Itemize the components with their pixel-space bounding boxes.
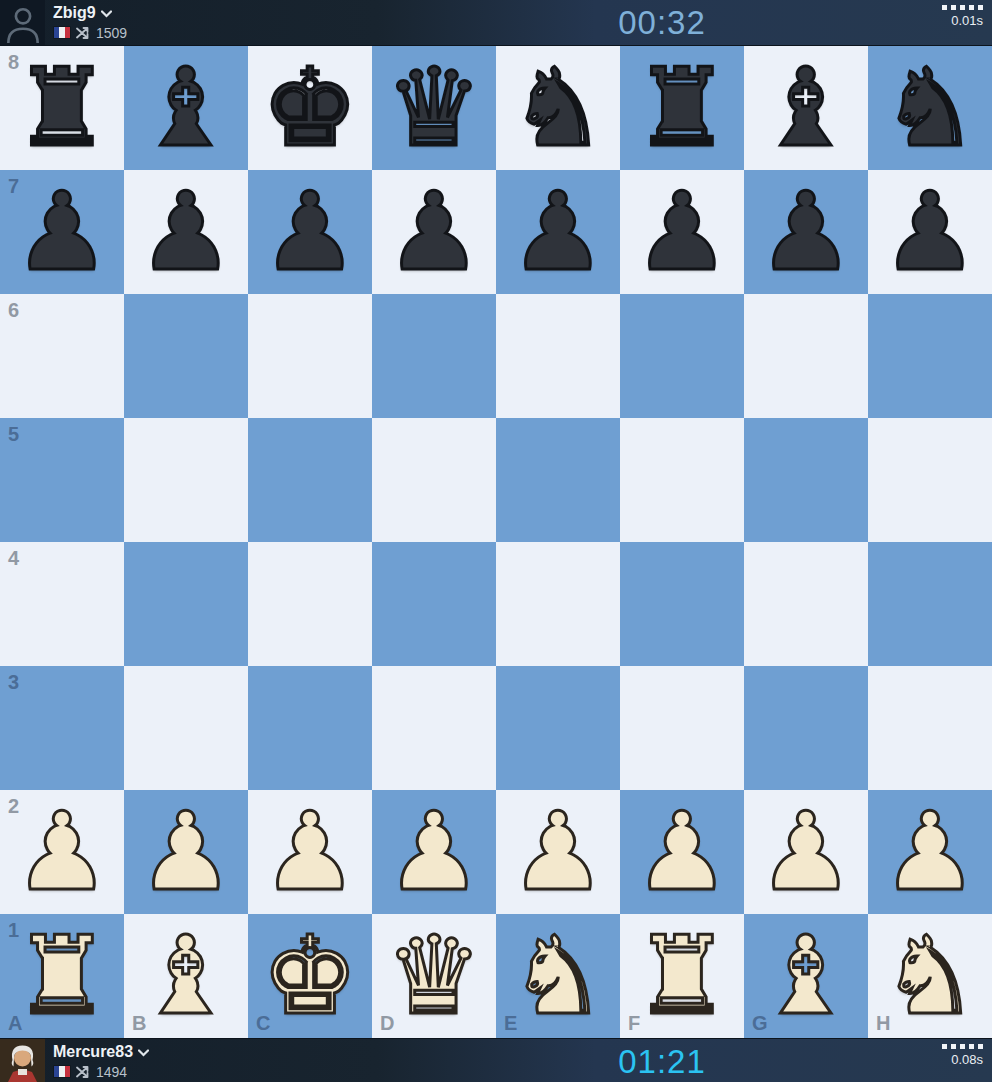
square-b6[interactable] — [124, 294, 248, 418]
square-a8[interactable]: 8♜ — [0, 46, 124, 170]
board: 8♜♝♚♛♞♜♝♞7♟♟♟♟♟♟♟♟65432♟♟♟♟♟♟♟♟1A♜B♝C♚D♛… — [0, 46, 992, 1038]
top-player-name-row[interactable]: Zbig9 — [53, 4, 127, 22]
square-f6[interactable] — [620, 294, 744, 418]
square-f3[interactable] — [620, 666, 744, 790]
piece-white-pawn[interactable]: ♟ — [248, 790, 372, 914]
square-h2[interactable]: ♟ — [868, 790, 992, 914]
piece-white-bishop[interactable]: ♝ — [124, 914, 248, 1038]
bottom-right-controls: 0.08s — [942, 1044, 983, 1067]
square-b1[interactable]: B♝ — [124, 914, 248, 1038]
square-g7[interactable]: ♟ — [744, 170, 868, 294]
piece-white-pawn[interactable]: ♟ — [0, 790, 124, 914]
piece-black-pawn[interactable]: ♟ — [620, 170, 744, 294]
square-d8[interactable]: ♛ — [372, 46, 496, 170]
piece-white-pawn[interactable]: ♟ — [124, 790, 248, 914]
square-f1[interactable]: F♜ — [620, 914, 744, 1038]
top-player-info[interactable]: Zbig9 1509 — [0, 0, 127, 45]
square-e8[interactable]: ♞ — [496, 46, 620, 170]
square-a2[interactable]: 2♟ — [0, 790, 124, 914]
bottom-player-name[interactable]: Mercure83 — [53, 1043, 133, 1061]
square-b4[interactable] — [124, 542, 248, 666]
square-f7[interactable]: ♟ — [620, 170, 744, 294]
piece-black-pawn[interactable]: ♟ — [124, 170, 248, 294]
square-h1[interactable]: H♞ — [868, 914, 992, 1038]
square-d4[interactable] — [372, 542, 496, 666]
square-g8[interactable]: ♝ — [744, 46, 868, 170]
piece-black-knight[interactable]: ♞ — [868, 46, 992, 170]
bottom-player-info[interactable]: Mercure83 1494 — [0, 1039, 149, 1082]
square-f5[interactable] — [620, 418, 744, 542]
square-d2[interactable]: ♟ — [372, 790, 496, 914]
top-player-text: Zbig9 1509 — [53, 4, 127, 40]
bottom-player-clock: 01:21 — [618, 1043, 706, 1081]
piece-white-knight[interactable]: ♞ — [868, 914, 992, 1038]
square-a1[interactable]: 1A♜ — [0, 914, 124, 1038]
top-player-avatar[interactable] — [0, 0, 45, 45]
portrait-avatar-image — [0, 1039, 45, 1082]
top-player-name[interactable]: Zbig9 — [53, 4, 96, 22]
rank-label-4: 4 — [8, 547, 19, 570]
piece-white-pawn[interactable]: ♟ — [496, 790, 620, 914]
menu-dots-icon[interactable] — [942, 1044, 983, 1049]
piece-black-rook[interactable]: ♜ — [0, 46, 124, 170]
square-c8[interactable]: ♚ — [248, 46, 372, 170]
square-a6[interactable]: 6 — [0, 294, 124, 418]
menu-dots-icon[interactable] — [942, 5, 983, 10]
square-g3[interactable] — [744, 666, 868, 790]
square-b3[interactable] — [124, 666, 248, 790]
chevron-down-icon — [101, 10, 112, 18]
square-a4[interactable]: 4 — [0, 542, 124, 666]
piece-black-pawn[interactable]: ♟ — [248, 170, 372, 294]
square-c5[interactable] — [248, 418, 372, 542]
piece-white-pawn[interactable]: ♟ — [620, 790, 744, 914]
bottom-player-rating: 1494 — [96, 1064, 127, 1080]
top-player-clock: 00:32 — [618, 4, 706, 42]
square-d6[interactable] — [372, 294, 496, 418]
square-b5[interactable] — [124, 418, 248, 542]
square-e2[interactable]: ♟ — [496, 790, 620, 914]
square-b8[interactable]: ♝ — [124, 46, 248, 170]
piece-white-rook[interactable]: ♜ — [620, 914, 744, 1038]
piece-black-bishop[interactable]: ♝ — [124, 46, 248, 170]
square-d7[interactable]: ♟ — [372, 170, 496, 294]
square-h3[interactable] — [868, 666, 992, 790]
piece-black-pawn[interactable]: ♟ — [496, 170, 620, 294]
square-c7[interactable]: ♟ — [248, 170, 372, 294]
piece-white-rook[interactable]: ♜ — [0, 914, 124, 1038]
square-g1[interactable]: G♝ — [744, 914, 868, 1038]
bottom-player-rating-row: 1494 — [53, 1064, 149, 1080]
square-g2[interactable]: ♟ — [744, 790, 868, 914]
square-c1[interactable]: C♚ — [248, 914, 372, 1038]
square-e4[interactable] — [496, 542, 620, 666]
rank-label-5: 5 — [8, 423, 19, 446]
square-e3[interactable] — [496, 666, 620, 790]
piece-white-bishop[interactable]: ♝ — [744, 914, 868, 1038]
person-icon — [3, 3, 43, 43]
square-e1[interactable]: E♞ — [496, 914, 620, 1038]
square-c2[interactable]: ♟ — [248, 790, 372, 914]
piece-black-queen[interactable]: ♛ — [372, 46, 496, 170]
square-f8[interactable]: ♜ — [620, 46, 744, 170]
piece-black-pawn[interactable]: ♟ — [868, 170, 992, 294]
piece-black-pawn[interactable]: ♟ — [0, 170, 124, 294]
square-h5[interactable] — [868, 418, 992, 542]
top-player-rating: 1509 — [96, 25, 127, 41]
bottom-player-lag: 0.08s — [951, 1052, 983, 1067]
french-flag-icon — [53, 1065, 71, 1078]
square-a5[interactable]: 5 — [0, 418, 124, 542]
top-player-rating-row: 1509 — [53, 25, 127, 41]
piece-white-king[interactable]: ♚ — [248, 914, 372, 1038]
square-c6[interactable] — [248, 294, 372, 418]
bottom-player-bar: Mercure83 1494 01:21 0.08s — [0, 1038, 992, 1082]
piece-white-queen[interactable]: ♛ — [372, 914, 496, 1038]
rank-label-3: 3 — [8, 671, 19, 694]
chess960-shuffle-icon — [76, 27, 91, 39]
piece-black-knight[interactable]: ♞ — [496, 46, 620, 170]
square-e7[interactable]: ♟ — [496, 170, 620, 294]
square-d1[interactable]: D♛ — [372, 914, 496, 1038]
square-h7[interactable]: ♟ — [868, 170, 992, 294]
rank-label-6: 6 — [8, 299, 19, 322]
piece-black-rook[interactable]: ♜ — [620, 46, 744, 170]
piece-black-king[interactable]: ♚ — [248, 46, 372, 170]
top-right-controls: 0.01s — [942, 5, 983, 28]
piece-black-pawn[interactable]: ♟ — [372, 170, 496, 294]
piece-black-bishop[interactable]: ♝ — [744, 46, 868, 170]
square-e5[interactable] — [496, 418, 620, 542]
piece-white-pawn[interactable]: ♟ — [744, 790, 868, 914]
piece-white-knight[interactable]: ♞ — [496, 914, 620, 1038]
square-d5[interactable] — [372, 418, 496, 542]
square-f4[interactable] — [620, 542, 744, 666]
square-g6[interactable] — [744, 294, 868, 418]
bottom-player-text: Mercure83 1494 — [53, 1043, 149, 1079]
piece-white-pawn[interactable]: ♟ — [868, 790, 992, 914]
square-g4[interactable] — [744, 542, 868, 666]
top-player-bar: Zbig9 1509 00:32 0.01s — [0, 0, 992, 46]
square-b2[interactable]: ♟ — [124, 790, 248, 914]
chevron-down-icon — [138, 1049, 149, 1057]
square-h6[interactable] — [868, 294, 992, 418]
piece-black-pawn[interactable]: ♟ — [744, 170, 868, 294]
square-f2[interactable]: ♟ — [620, 790, 744, 914]
chess960-shuffle-icon — [76, 1066, 91, 1078]
square-a3[interactable]: 3 — [0, 666, 124, 790]
square-h4[interactable] — [868, 542, 992, 666]
square-a7[interactable]: 7♟ — [0, 170, 124, 294]
square-d3[interactable] — [372, 666, 496, 790]
square-g5[interactable] — [744, 418, 868, 542]
bottom-player-avatar[interactable] — [0, 1039, 45, 1082]
square-c3[interactable] — [248, 666, 372, 790]
square-b7[interactable]: ♟ — [124, 170, 248, 294]
square-e6[interactable] — [496, 294, 620, 418]
square-c4[interactable] — [248, 542, 372, 666]
french-flag-icon — [53, 26, 71, 39]
square-h8[interactable]: ♞ — [868, 46, 992, 170]
top-player-lag: 0.01s — [951, 13, 983, 28]
bottom-player-name-row[interactable]: Mercure83 — [53, 1043, 149, 1061]
piece-white-pawn[interactable]: ♟ — [372, 790, 496, 914]
